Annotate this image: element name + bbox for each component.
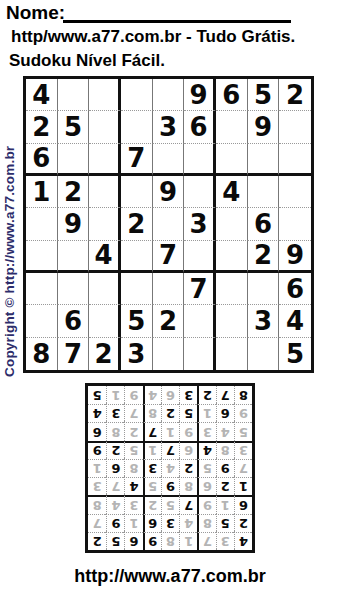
solution-cell-r2c8: 9 bbox=[106, 514, 124, 532]
solution-cell-r1c9: 2 bbox=[88, 532, 106, 550]
puzzle-cell-r2c3 bbox=[89, 111, 121, 143]
solution-cell-r7c9: 6 bbox=[88, 422, 106, 440]
solution-cell-r9c4: 3 bbox=[179, 386, 197, 404]
solution-cell-r9c2: 7 bbox=[216, 386, 234, 404]
solution-cell-r4c3: 6 bbox=[197, 477, 215, 495]
puzzle-cell-r4c3 bbox=[89, 176, 121, 208]
puzzle-cell-r9c4: 3 bbox=[121, 338, 153, 370]
puzzle-cell-r8c8: 3 bbox=[248, 305, 280, 337]
puzzle-cell-r8c9: 4 bbox=[279, 305, 311, 337]
solution-cell-r6c9: 9 bbox=[88, 441, 106, 459]
puzzle-cell-r4c9 bbox=[279, 176, 311, 208]
puzzle-cell-r7c1 bbox=[26, 273, 58, 305]
site-header: http/www.a77.com.br - Tudo Grátis. bbox=[11, 27, 295, 47]
puzzle-cell-r2c8: 9 bbox=[248, 111, 280, 143]
solution-cell-r9c1: 8 bbox=[234, 386, 252, 404]
puzzle-cell-r6c8: 2 bbox=[248, 241, 280, 273]
puzzle-cell-r5c1 bbox=[26, 208, 58, 240]
solution-cell-r9c8: 1 bbox=[106, 386, 124, 404]
solution-cell-r9c6: 4 bbox=[143, 386, 161, 404]
puzzle-cell-r7c2 bbox=[58, 273, 90, 305]
name-label: Nome: bbox=[6, 2, 65, 24]
solution-cell-r7c5: 1 bbox=[161, 422, 179, 440]
puzzle-cell-r8c3 bbox=[89, 305, 121, 337]
sudoku-puzzle-grid: 496522536967129492364729766523487235 bbox=[23, 76, 314, 373]
puzzle-cell-r1c3 bbox=[89, 79, 121, 111]
puzzle-cell-r4c4 bbox=[121, 176, 153, 208]
puzzle-cell-r9c6 bbox=[184, 338, 216, 370]
puzzle-cell-r1c9: 2 bbox=[279, 79, 311, 111]
puzzle-cell-r4c5: 9 bbox=[153, 176, 185, 208]
puzzle-cell-r5c8: 6 bbox=[248, 208, 280, 240]
solution-cell-r8c9: 4 bbox=[88, 404, 106, 422]
puzzle-cell-r9c9: 5 bbox=[279, 338, 311, 370]
solution-cell-r5c7: 8 bbox=[124, 459, 142, 477]
solution-cell-r5c1: 7 bbox=[234, 459, 252, 477]
puzzle-cell-r5c7 bbox=[216, 208, 248, 240]
solution-cell-r8c6: 8 bbox=[143, 404, 161, 422]
solution-cell-r2c2: 5 bbox=[216, 514, 234, 532]
puzzle-cell-r9c1: 8 bbox=[26, 338, 58, 370]
puzzle-cell-r6c6 bbox=[184, 241, 216, 273]
solution-cell-r4c7: 4 bbox=[124, 477, 142, 495]
puzzle-title: Sudoku Nível Fácil. bbox=[9, 51, 165, 71]
solution-cell-r4c6: 5 bbox=[143, 477, 161, 495]
solution-cell-r8c7: 7 bbox=[124, 404, 142, 422]
solution-cell-r9c9: 5 bbox=[88, 386, 106, 404]
puzzle-cell-r9c8 bbox=[248, 338, 280, 370]
puzzle-cell-r3c9 bbox=[279, 144, 311, 176]
solution-cell-r5c6: 3 bbox=[143, 459, 161, 477]
solution-cell-r1c6: 9 bbox=[143, 532, 161, 550]
puzzle-cell-r6c1 bbox=[26, 241, 58, 273]
solution-cell-r7c3: 3 bbox=[197, 422, 215, 440]
solution-cell-r1c2: 3 bbox=[216, 532, 234, 550]
puzzle-cell-r7c5 bbox=[153, 273, 185, 305]
solution-cell-r4c1: 1 bbox=[234, 477, 252, 495]
solution-cell-r8c1: 9 bbox=[234, 404, 252, 422]
puzzle-cell-r3c7 bbox=[216, 144, 248, 176]
footer-url: http://www.a77.com.br bbox=[0, 566, 340, 587]
solution-cell-r2c4: 4 bbox=[179, 514, 197, 532]
solution-cell-r5c8: 6 bbox=[106, 459, 124, 477]
puzzle-cell-r6c3: 4 bbox=[89, 241, 121, 273]
puzzle-cell-r8c6 bbox=[184, 305, 216, 337]
puzzle-cell-r2c9 bbox=[279, 111, 311, 143]
solution-cell-r1c5: 8 bbox=[161, 532, 179, 550]
puzzle-cell-r7c3 bbox=[89, 273, 121, 305]
puzzle-cell-r9c7 bbox=[216, 338, 248, 370]
puzzle-cell-r9c3: 2 bbox=[89, 338, 121, 370]
solution-cell-r4c9: 3 bbox=[88, 477, 106, 495]
puzzle-cell-r2c2: 5 bbox=[58, 111, 90, 143]
solution-cell-r1c3: 7 bbox=[197, 532, 215, 550]
solution-cell-r6c2: 8 bbox=[216, 441, 234, 459]
puzzle-cell-r4c6 bbox=[184, 176, 216, 208]
puzzle-cell-r8c4: 5 bbox=[121, 305, 153, 337]
solution-cell-r6c7: 5 bbox=[124, 441, 142, 459]
solution-cell-r7c4: 9 bbox=[179, 422, 197, 440]
puzzle-cell-r1c4 bbox=[121, 79, 153, 111]
solution-cell-r3c4: 7 bbox=[179, 495, 197, 513]
solution-cell-r6c5: 7 bbox=[161, 441, 179, 459]
solution-cell-r2c3: 8 bbox=[197, 514, 215, 532]
puzzle-cell-r1c2 bbox=[58, 79, 90, 111]
solution-cell-r6c3: 4 bbox=[197, 441, 215, 459]
solution-cell-r6c1: 3 bbox=[234, 441, 252, 459]
puzzle-cell-r3c1: 6 bbox=[26, 144, 58, 176]
solution-cell-r1c1: 4 bbox=[234, 532, 252, 550]
solution-cell-r9c5: 6 bbox=[161, 386, 179, 404]
solution-cell-r8c3: 1 bbox=[197, 404, 215, 422]
solution-cell-r8c8: 3 bbox=[106, 404, 124, 422]
puzzle-cell-r3c6 bbox=[184, 144, 216, 176]
solution-cell-r7c2: 4 bbox=[216, 422, 234, 440]
solution-cell-r6c4: 6 bbox=[179, 441, 197, 459]
solution-cell-r5c9: 1 bbox=[88, 459, 106, 477]
puzzle-cell-r7c8 bbox=[248, 273, 280, 305]
solution-cell-r8c5: 2 bbox=[161, 404, 179, 422]
solution-cell-r7c7: 2 bbox=[124, 422, 142, 440]
solution-cell-r3c7: 3 bbox=[124, 495, 142, 513]
puzzle-cell-r3c3 bbox=[89, 144, 121, 176]
solution-cell-r7c1: 5 bbox=[234, 422, 252, 440]
puzzle-cell-r5c3 bbox=[89, 208, 121, 240]
solution-cell-r1c8: 5 bbox=[106, 532, 124, 550]
puzzle-cell-r6c2 bbox=[58, 241, 90, 273]
puzzle-cell-r1c5 bbox=[153, 79, 185, 111]
puzzle-cell-r1c1: 4 bbox=[26, 79, 58, 111]
puzzle-cell-r3c8 bbox=[248, 144, 280, 176]
puzzle-cell-r2c6: 6 bbox=[184, 111, 216, 143]
solution-cell-r5c5: 4 bbox=[161, 459, 179, 477]
puzzle-cell-r2c5: 3 bbox=[153, 111, 185, 143]
puzzle-cell-r2c4 bbox=[121, 111, 153, 143]
solution-cell-r5c2: 9 bbox=[216, 459, 234, 477]
solution-cell-r6c6: 1 bbox=[143, 441, 161, 459]
solution-cell-r8c4: 5 bbox=[179, 404, 197, 422]
puzzle-cell-r6c5: 7 bbox=[153, 241, 185, 273]
solution-cell-r3c9: 8 bbox=[88, 495, 106, 513]
solution-cell-r4c8: 7 bbox=[106, 477, 124, 495]
puzzle-cell-r4c7: 4 bbox=[216, 176, 248, 208]
solution-cell-r3c8: 4 bbox=[106, 495, 124, 513]
solution-cell-r3c1: 6 bbox=[234, 495, 252, 513]
puzzle-cell-r7c7 bbox=[216, 273, 248, 305]
puzzle-cell-r1c6: 9 bbox=[184, 79, 216, 111]
puzzle-cell-r5c6: 3 bbox=[184, 208, 216, 240]
puzzle-cell-r5c5 bbox=[153, 208, 185, 240]
puzzle-cell-r6c4 bbox=[121, 241, 153, 273]
solution-cell-r7c6: 7 bbox=[143, 422, 161, 440]
puzzle-cell-r9c5 bbox=[153, 338, 185, 370]
solution-cell-r6c8: 2 bbox=[106, 441, 124, 459]
solution-cell-r4c2: 2 bbox=[216, 477, 234, 495]
solution-cell-r5c4: 2 bbox=[179, 459, 197, 477]
puzzle-cell-r1c7: 6 bbox=[216, 79, 248, 111]
puzzle-cell-r8c1 bbox=[26, 305, 58, 337]
puzzle-cell-r7c9: 6 bbox=[279, 273, 311, 305]
puzzle-cell-r4c8 bbox=[248, 176, 280, 208]
puzzle-cell-r4c2: 2 bbox=[58, 176, 90, 208]
puzzle-cell-r2c7 bbox=[216, 111, 248, 143]
solution-cell-r2c6: 6 bbox=[143, 514, 161, 532]
puzzle-cell-r7c4 bbox=[121, 273, 153, 305]
puzzle-cell-r1c8: 5 bbox=[248, 79, 280, 111]
puzzle-cell-r8c7 bbox=[216, 305, 248, 337]
name-write-in-line bbox=[63, 20, 291, 23]
puzzle-cell-r3c2 bbox=[58, 144, 90, 176]
solution-cell-r5c3: 5 bbox=[197, 459, 215, 477]
puzzle-cell-r8c2: 6 bbox=[58, 305, 90, 337]
copyright-vertical-text: Copyright © http://www.a77.com.br bbox=[2, 78, 17, 377]
puzzle-cell-r5c2: 9 bbox=[58, 208, 90, 240]
solution-cell-r1c4: 1 bbox=[179, 532, 197, 550]
solution-cell-r1c7: 6 bbox=[124, 532, 142, 550]
puzzle-cell-r2c1: 2 bbox=[26, 111, 58, 143]
solution-cell-r3c6: 2 bbox=[143, 495, 161, 513]
puzzle-cell-r5c9 bbox=[279, 208, 311, 240]
solution-cell-r7c8: 8 bbox=[106, 422, 124, 440]
puzzle-cell-r6c7 bbox=[216, 241, 248, 273]
solution-cell-r3c2: 1 bbox=[216, 495, 234, 513]
solution-cell-r2c5: 3 bbox=[161, 514, 179, 532]
puzzle-cell-r8c5: 2 bbox=[153, 305, 185, 337]
puzzle-cell-r3c4: 7 bbox=[121, 144, 153, 176]
solution-cell-r2c1: 2 bbox=[234, 514, 252, 532]
puzzle-cell-r6c9: 9 bbox=[279, 241, 311, 273]
solution-cell-r2c7: 1 bbox=[124, 514, 142, 532]
puzzle-cell-r5c4: 2 bbox=[121, 208, 153, 240]
puzzle-cell-r9c2: 7 bbox=[58, 338, 90, 370]
solution-cell-r2c9: 7 bbox=[88, 514, 106, 532]
puzzle-cell-r3c5 bbox=[153, 144, 185, 176]
puzzle-cell-r4c1: 1 bbox=[26, 176, 58, 208]
sudoku-solution-grid: 4371896522584361976197523481268954737952… bbox=[85, 383, 255, 553]
solution-cell-r3c5: 5 bbox=[161, 495, 179, 513]
solution-cell-r9c7: 9 bbox=[124, 386, 142, 404]
solution-cell-r4c5: 9 bbox=[161, 477, 179, 495]
solution-cell-r3c3: 9 bbox=[197, 495, 215, 513]
puzzle-cell-r7c6: 7 bbox=[184, 273, 216, 305]
solution-cell-r8c2: 6 bbox=[216, 404, 234, 422]
solution-cell-r9c3: 2 bbox=[197, 386, 215, 404]
solution-cell-r4c4: 8 bbox=[179, 477, 197, 495]
